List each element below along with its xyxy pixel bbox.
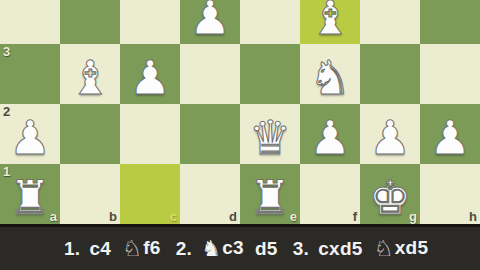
square-h3[interactable] [420,44,480,104]
square-d1[interactable]: d [180,164,240,224]
square-h1[interactable]: h [420,164,480,224]
move-token-3[interactable]: 3. [293,238,309,260]
square-g2[interactable]: ♟ [360,104,420,164]
file-label-h: h [469,210,477,223]
piece-white-bishop-f4[interactable]: ♝ [309,0,351,41]
square-a2[interactable]: 2♟ [0,104,60,164]
file-label-b: b [109,210,117,223]
square-e3[interactable] [240,44,300,104]
knight-figurine-outline-icon: ♘ [122,236,142,261]
square-e1[interactable]: e♜ [240,164,300,224]
knight-figurine-solid-icon: ♞ [201,236,221,261]
file-label-g: g [409,210,417,223]
move-token-d5[interactable]: d5 [255,238,278,260]
move-token-cxd5[interactable]: cxd5 [318,238,363,260]
square-a1[interactable]: 1a♜ [0,164,60,224]
square-a4[interactable] [0,0,60,44]
square-f2[interactable]: ♟ [300,104,360,164]
board: ♟♝3♝♟♞2♟♛♟♟♟1a♜bcde♜fg♚h [0,0,480,224]
move-token-fig-xd5[interactable]: ♘xd5 [374,236,429,261]
move-token-1[interactable]: 1. [64,238,80,260]
file-label-c: c [170,210,177,223]
move-token-2[interactable]: 2. [176,238,192,260]
square-g4[interactable] [360,0,420,44]
square-c1[interactable]: c [120,164,180,224]
square-h4[interactable] [420,0,480,44]
file-label-d: d [229,210,237,223]
piece-white-pawn-a2[interactable]: ♟ [9,114,51,161]
move-list-bar: 1.c4♘f62.♞c3d53.cxd5♘xd5 [0,224,480,270]
square-a3[interactable]: 3 [0,44,60,104]
piece-white-bishop-b3[interactable]: ♝ [69,54,111,101]
square-c4[interactable] [120,0,180,44]
move-token-fig-f6[interactable]: ♘f6 [122,236,161,261]
square-f4[interactable]: ♝ [300,0,360,44]
square-g3[interactable] [360,44,420,104]
file-label-f: f [353,210,357,223]
square-d4[interactable]: ♟ [180,0,240,44]
square-d3[interactable] [180,44,240,104]
piece-white-knight-f3[interactable]: ♞ [309,54,351,101]
rank-label-1: 1 [3,165,10,178]
square-b4[interactable] [60,0,120,44]
square-c3[interactable]: ♟ [120,44,180,104]
square-f1[interactable]: f [300,164,360,224]
piece-white-pawn-c3[interactable]: ♟ [129,54,171,101]
move-token-fig-c3[interactable]: ♞c3 [201,236,244,261]
file-label-a: a [50,210,57,223]
chess-app-screen: ♟♝3♝♟♞2♟♛♟♟♟1a♜bcde♜fg♚h 1.c4♘f62.♞c3d53… [0,0,480,270]
piece-white-king-g1[interactable]: ♚ [369,174,411,221]
piece-white-pawn-f2[interactable]: ♟ [309,114,351,161]
piece-white-rook-e1[interactable]: ♜ [249,174,291,221]
square-b1[interactable]: b [60,164,120,224]
knight-figurine-outline-icon: ♘ [374,236,394,261]
piece-white-rook-a1[interactable]: ♜ [9,174,51,221]
square-d2[interactable] [180,104,240,164]
rank-label-3: 3 [3,45,10,58]
square-e4[interactable] [240,0,300,44]
square-e2[interactable]: ♛ [240,104,300,164]
square-g1[interactable]: g♚ [360,164,420,224]
move-list: 1.c4♘f62.♞c3d53.cxd5♘xd5 [64,236,439,261]
square-b3[interactable]: ♝ [60,44,120,104]
piece-white-queen-e2[interactable]: ♛ [249,114,291,161]
piece-white-pawn-h2[interactable]: ♟ [429,114,471,161]
rank-label-2: 2 [3,105,10,118]
square-h2[interactable]: ♟ [420,104,480,164]
file-label-e: e [290,210,297,223]
square-b2[interactable] [60,104,120,164]
square-c2[interactable] [120,104,180,164]
move-token-c4[interactable]: c4 [89,238,111,260]
piece-white-pawn-d4[interactable]: ♟ [189,0,231,41]
square-f3[interactable]: ♞ [300,44,360,104]
piece-white-pawn-g2[interactable]: ♟ [369,114,411,161]
